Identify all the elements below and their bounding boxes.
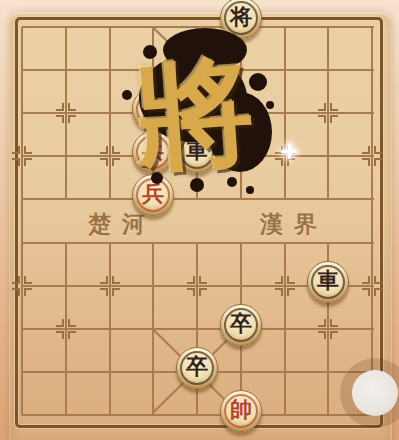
piece-glyph: 車 — [317, 270, 339, 292]
check-banner-glyph: 將 — [122, 32, 267, 209]
point-marker — [318, 319, 338, 339]
piece-glyph: 卒 — [230, 313, 252, 335]
point-marker — [56, 103, 76, 123]
point-marker — [100, 146, 120, 166]
sparkle-icon — [281, 143, 297, 159]
point-marker — [275, 276, 295, 296]
piece-red-general[interactable]: 帥 — [220, 390, 262, 432]
point-marker — [100, 276, 120, 296]
piece-black-soldier-a[interactable]: 卒 — [220, 304, 262, 346]
xiangqi-screen: 楚河 漢界 将兵兵車兵車卒卒帥 將 — [0, 0, 399, 440]
river-label-right: 漢界 — [260, 209, 328, 240]
point-marker — [318, 103, 338, 123]
point-marker — [12, 276, 32, 296]
point-marker — [56, 319, 76, 339]
piece-black-soldier-b[interactable]: 卒 — [176, 347, 218, 389]
point-marker — [362, 276, 382, 296]
point-marker — [362, 146, 382, 166]
piece-black-chariot-b[interactable]: 車 — [307, 261, 349, 303]
point-marker — [12, 146, 32, 166]
piece-glyph: 帥 — [230, 399, 252, 421]
point-marker — [187, 276, 207, 296]
floating-round-button[interactable] — [352, 370, 398, 416]
piece-glyph: 将 — [230, 6, 252, 28]
piece-glyph: 卒 — [186, 356, 208, 378]
